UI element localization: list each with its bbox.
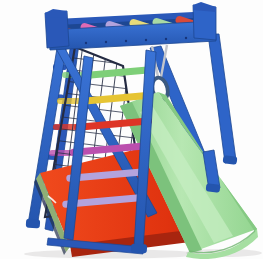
play-gym-illustration — [0, 0, 263, 259]
front-ladder-foot — [131, 243, 148, 253]
bolt — [125, 40, 127, 42]
product-photo — [0, 0, 263, 259]
bolt — [185, 37, 187, 39]
bolt — [85, 42, 87, 44]
play-gym-figure — [0, 0, 263, 259]
side-ladder-foot — [26, 219, 41, 229]
bolt — [105, 41, 107, 43]
bolt — [145, 39, 147, 41]
front-right-foot-pad — [206, 183, 221, 192]
bolt — [165, 38, 167, 40]
